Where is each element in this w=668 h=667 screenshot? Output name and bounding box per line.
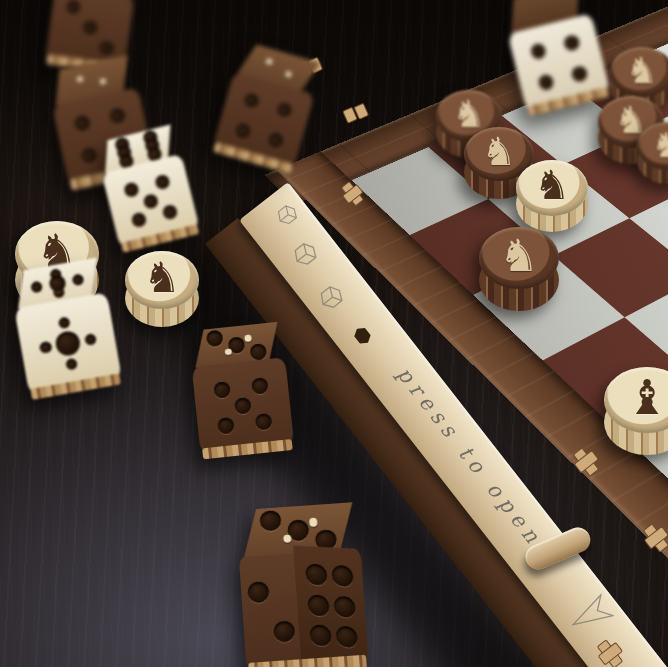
- knight-cutout-icon: ♞: [499, 234, 539, 279]
- die-pip: [39, 341, 52, 354]
- die-face: [293, 546, 369, 667]
- die-pip: [234, 123, 252, 141]
- die-pip: [217, 417, 235, 435]
- hex-hole: [351, 324, 375, 348]
- die-cube-icon: [284, 233, 326, 275]
- piece-face: ♞: [516, 160, 588, 216]
- die-pip: [310, 625, 332, 647]
- die-pip: [308, 595, 330, 617]
- dowel-pip: [244, 335, 251, 342]
- piece-face: ♞: [479, 227, 559, 289]
- die-pip: [54, 330, 82, 358]
- dowel-pip: [100, 78, 107, 85]
- die-pip: [108, 108, 126, 126]
- die-pip: [71, 273, 84, 286]
- dowel-pip: [76, 76, 83, 83]
- die-pip: [66, 0, 81, 15]
- die-cube-icon: [310, 276, 352, 318]
- die-pip: [123, 182, 140, 199]
- die-pip: [58, 316, 71, 329]
- knight-cutout-icon: ♞: [626, 53, 658, 89]
- die-pip: [82, 20, 97, 35]
- dowel-pip: [283, 534, 292, 543]
- knight-cutout-icon: ♞: [482, 133, 517, 172]
- die-pip: [331, 566, 353, 588]
- die-cube-icon: [269, 196, 305, 232]
- die-pip: [247, 581, 269, 603]
- chess-piece-disc[interactable]: ♝: [604, 367, 668, 455]
- die-pip: [249, 343, 267, 361]
- die-pip: [305, 564, 327, 586]
- die-pip: [162, 204, 179, 221]
- die-pip: [275, 102, 293, 120]
- knight-cutout-icon: ♞: [534, 166, 570, 206]
- die-pip: [333, 596, 355, 618]
- piece-face: ♞: [125, 251, 199, 309]
- dowel-pip: [285, 71, 292, 78]
- die-pip: [571, 65, 589, 83]
- knight-cutout-icon: ♞: [143, 257, 180, 299]
- die-pip: [74, 115, 92, 133]
- bishop-cutout-icon: ♝: [626, 374, 668, 422]
- die-pip: [214, 382, 232, 400]
- die-pip: [142, 193, 159, 210]
- die-pip: [273, 621, 295, 643]
- dowel-pip: [225, 348, 232, 355]
- die-pip: [30, 280, 43, 293]
- die-pip: [99, 41, 114, 56]
- wooden-die[interactable]: [188, 321, 294, 454]
- wooden-die[interactable]: [236, 502, 369, 667]
- die-pip: [155, 174, 172, 191]
- die-pip: [206, 329, 224, 347]
- die-pip: [84, 333, 97, 346]
- piece-face: ♞: [610, 47, 668, 97]
- chess-piece-disc[interactable]: ♞: [125, 251, 199, 327]
- die-pip: [234, 397, 252, 415]
- die-pip: [243, 92, 261, 110]
- dowel-pip: [309, 518, 318, 527]
- chess-piece-disc[interactable]: ♞: [516, 160, 588, 232]
- die-pip: [267, 132, 285, 150]
- die-pip: [130, 212, 147, 229]
- die-pip: [255, 413, 273, 431]
- die-pip: [537, 74, 555, 92]
- die-pip: [335, 627, 357, 649]
- dowel-pip: [266, 58, 273, 65]
- chess-piece-disc[interactable]: ♞: [479, 227, 559, 311]
- die-pip: [563, 34, 581, 52]
- die-pip: [530, 42, 548, 60]
- knight-cutout-icon: ♞: [652, 127, 668, 162]
- chess-piece-disc[interactable]: ♞: [637, 122, 668, 184]
- die-pip: [251, 378, 269, 396]
- die-pip: [259, 510, 281, 532]
- photo-scene: press to open ♞♞♞♞♞♞♞♝♞♞: [0, 0, 668, 667]
- die-pip: [65, 358, 78, 371]
